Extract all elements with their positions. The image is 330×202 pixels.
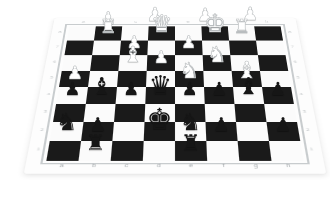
black-knight-a2[interactable]: ♞	[56, 110, 78, 134]
black-pawn-c4[interactable]: ♟	[123, 80, 139, 98]
black-pawn-e4[interactable]: ♟	[182, 80, 198, 98]
black-pawn-f2[interactable]: ♟	[213, 115, 230, 134]
photo-background: aabbccddeeffgghh8877665544332211 ♜♛♚♜♟♟♝…	[0, 0, 330, 202]
white-king-f8[interactable]: ♚	[204, 11, 226, 36]
black-rook-b1[interactable]: ♜	[86, 132, 106, 154]
black-pawn-f4[interactable]: ♟	[211, 80, 227, 98]
white-pawn-d6[interactable]: ♟	[153, 49, 168, 66]
white-rook-b8[interactable]: ♜	[100, 17, 117, 36]
black-bishop-g4[interactable]: ♝	[238, 75, 259, 98]
black-pawn-a4[interactable]: ♟	[64, 80, 80, 98]
white-pawn-e7[interactable]: ♟	[181, 34, 196, 51]
pieces-layer: ♜♛♚♜♟♟♝♟♞♟♞♝♟♝♟♛♟♟♝♟♞♟♚♞♟♟♜♜♟♟♟♟	[0, 0, 330, 202]
black-king-d2[interactable]: ♚	[147, 105, 173, 134]
white-bishop-c6[interactable]: ♝	[123, 44, 143, 66]
black-queen-d4[interactable]: ♛	[149, 72, 172, 98]
black-pawn-h2[interactable]: ♟	[275, 115, 292, 134]
black-rook-e1[interactable]: ♜	[181, 132, 201, 154]
white-knight-f6[interactable]: ♞	[207, 44, 227, 66]
black-bishop-b4[interactable]: ♝	[91, 75, 112, 98]
white-queen-d8[interactable]: ♛	[151, 12, 173, 36]
white-rook-g8[interactable]: ♜	[233, 17, 250, 36]
black-pawn-h4[interactable]: ♟	[270, 80, 286, 98]
